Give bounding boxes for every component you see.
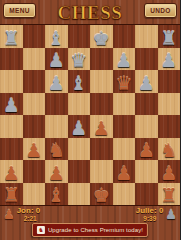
square-d2[interactable]: [68, 160, 91, 183]
square-b3[interactable]: ♟: [23, 138, 46, 161]
square-a4[interactable]: [0, 115, 23, 138]
square-c4[interactable]: [45, 115, 68, 138]
square-f6[interactable]: ♛: [113, 70, 136, 93]
piece-white-king[interactable]: ♚: [93, 185, 110, 206]
undo-button[interactable]: UNDO: [144, 3, 177, 18]
piece-black-queen[interactable]: ♛: [70, 50, 87, 71]
square-a6[interactable]: [0, 70, 23, 93]
square-f7[interactable]: ♟: [113, 48, 136, 71]
piece-white-rook[interactable]: ♜: [160, 185, 177, 206]
square-f2[interactable]: ♟: [113, 160, 136, 183]
ad-banner[interactable]: ♞ Upgrade to Chess Premium today!: [32, 223, 148, 237]
square-g6[interactable]: ♟: [135, 70, 158, 93]
square-a2[interactable]: ♟: [0, 160, 23, 183]
square-g1[interactable]: [135, 183, 158, 206]
square-f3[interactable]: [113, 138, 136, 161]
square-b7[interactable]: [23, 48, 46, 71]
square-g2[interactable]: [135, 160, 158, 183]
square-d4[interactable]: ♟: [68, 115, 91, 138]
square-h5[interactable]: [158, 93, 181, 116]
piece-white-pawn[interactable]: ♟: [160, 163, 177, 184]
square-b6[interactable]: [23, 70, 46, 93]
square-e1[interactable]: ♚: [90, 183, 113, 206]
piece-white-bishop[interactable]: ♝: [48, 185, 65, 206]
player-right-name-score: Julie: 0: [136, 207, 164, 215]
piece-white-pawn[interactable]: ♟: [115, 163, 132, 184]
piece-black-bishop[interactable]: ♝: [70, 73, 87, 94]
square-b5[interactable]: [23, 93, 46, 116]
square-c8[interactable]: ♝: [45, 25, 68, 48]
piece-black-pawn[interactable]: ♟: [48, 50, 65, 71]
square-h7[interactable]: ♟: [158, 48, 181, 71]
square-e4[interactable]: ♟: [90, 115, 113, 138]
square-b8[interactable]: [23, 25, 46, 48]
piece-black-pawn[interactable]: ♟: [160, 50, 177, 71]
square-c6[interactable]: ♟: [45, 70, 68, 93]
square-a7[interactable]: [0, 48, 23, 71]
square-a1[interactable]: ♜: [0, 183, 23, 206]
player-right: Julie: 0 9:39 ♟: [136, 207, 177, 223]
square-c2[interactable]: ♟: [45, 160, 68, 183]
square-h2[interactable]: ♟: [158, 160, 181, 183]
bottom-bar: ♟ Jon: 0 2:21 Julie: 0 9:39 ♟ ♞ Upgrade …: [0, 206, 180, 240]
square-h3[interactable]: ♞: [158, 138, 181, 161]
piece-black-bishop[interactable]: ♝: [48, 28, 65, 49]
square-a3[interactable]: [0, 138, 23, 161]
piece-black-rook[interactable]: ♜: [160, 28, 177, 49]
square-g3[interactable]: ♟: [135, 138, 158, 161]
square-f1[interactable]: [113, 183, 136, 206]
piece-black-pawn[interactable]: ♟: [138, 73, 155, 94]
square-h6[interactable]: [158, 70, 181, 93]
piece-white-rook[interactable]: ♜: [3, 185, 20, 206]
square-h1[interactable]: ♜: [158, 183, 181, 206]
player-right-timer: 9:39: [143, 216, 156, 223]
square-f4[interactable]: [113, 115, 136, 138]
chess-app-window: MENU CHESS UNDO ♜♝♚♜♟♛♟♟♟♝♛♟♟♟♟♟♞♟♞♟♟♟♟♜…: [0, 0, 180, 240]
piece-white-knight[interactable]: ♞: [160, 140, 177, 161]
square-d1[interactable]: [68, 183, 91, 206]
square-c7[interactable]: ♟: [45, 48, 68, 71]
square-b4[interactable]: [23, 115, 46, 138]
player-row: ♟ Jon: 0 2:21 Julie: 0 9:39 ♟: [0, 207, 180, 223]
red-pawn-icon: ♟: [3, 208, 15, 222]
piece-black-pawn[interactable]: ♟: [115, 50, 132, 71]
player-left-timer: 2:21: [24, 216, 41, 223]
player-left-name-score: Jon: 0: [17, 207, 41, 215]
piece-white-queen[interactable]: ♛: [115, 73, 132, 94]
square-e5[interactable]: [90, 93, 113, 116]
top-bar: MENU CHESS UNDO: [0, 0, 180, 26]
square-c3[interactable]: ♞: [45, 138, 68, 161]
square-d8[interactable]: [68, 25, 91, 48]
square-g8[interactable]: [135, 25, 158, 48]
piece-black-rook[interactable]: ♜: [3, 28, 20, 49]
square-e7[interactable]: [90, 48, 113, 71]
piece-white-pawn[interactable]: ♟: [93, 118, 110, 139]
square-d7[interactable]: ♛: [68, 48, 91, 71]
square-g5[interactable]: [135, 93, 158, 116]
square-b1[interactable]: [23, 183, 46, 206]
player-left: ♟ Jon: 0 2:21: [3, 207, 40, 223]
piece-white-pawn[interactable]: ♟: [25, 140, 42, 161]
square-c1[interactable]: ♝: [45, 183, 68, 206]
square-a5[interactable]: ♟: [0, 93, 23, 116]
piece-black-pawn[interactable]: ♟: [48, 73, 65, 94]
silver-pawn-icon: ♟: [165, 208, 177, 222]
square-d3[interactable]: [68, 138, 91, 161]
square-d5[interactable]: [68, 93, 91, 116]
square-c5[interactable]: [45, 93, 68, 116]
chess-app-icon: ♞: [37, 226, 45, 234]
piece-white-pawn[interactable]: ♟: [138, 140, 155, 161]
square-h8[interactable]: ♜: [158, 25, 181, 48]
square-d6[interactable]: ♝: [68, 70, 91, 93]
square-e3[interactable]: [90, 138, 113, 161]
square-f5[interactable]: [113, 93, 136, 116]
piece-black-king[interactable]: ♚: [93, 28, 110, 49]
square-b2[interactable]: [23, 160, 46, 183]
piece-white-pawn[interactable]: ♟: [48, 163, 65, 184]
square-h4[interactable]: [158, 115, 181, 138]
square-e8[interactable]: ♚: [90, 25, 113, 48]
ad-banner-text: Upgrade to Chess Premium today!: [48, 227, 143, 233]
square-g4[interactable]: [135, 115, 158, 138]
square-g7[interactable]: [135, 48, 158, 71]
square-e6[interactable]: [90, 70, 113, 93]
piece-black-pawn[interactable]: ♟: [3, 95, 20, 116]
piece-white-pawn[interactable]: ♟: [3, 163, 20, 184]
piece-white-knight[interactable]: ♞: [48, 140, 65, 161]
square-a8[interactable]: ♜: [0, 25, 23, 48]
square-f8[interactable]: [113, 25, 136, 48]
square-e2[interactable]: [90, 160, 113, 183]
piece-black-pawn[interactable]: ♟: [70, 118, 87, 139]
chess-board: ♜♝♚♜♟♛♟♟♟♝♛♟♟♟♟♟♞♟♞♟♟♟♟♜♝♚♜: [0, 25, 180, 206]
